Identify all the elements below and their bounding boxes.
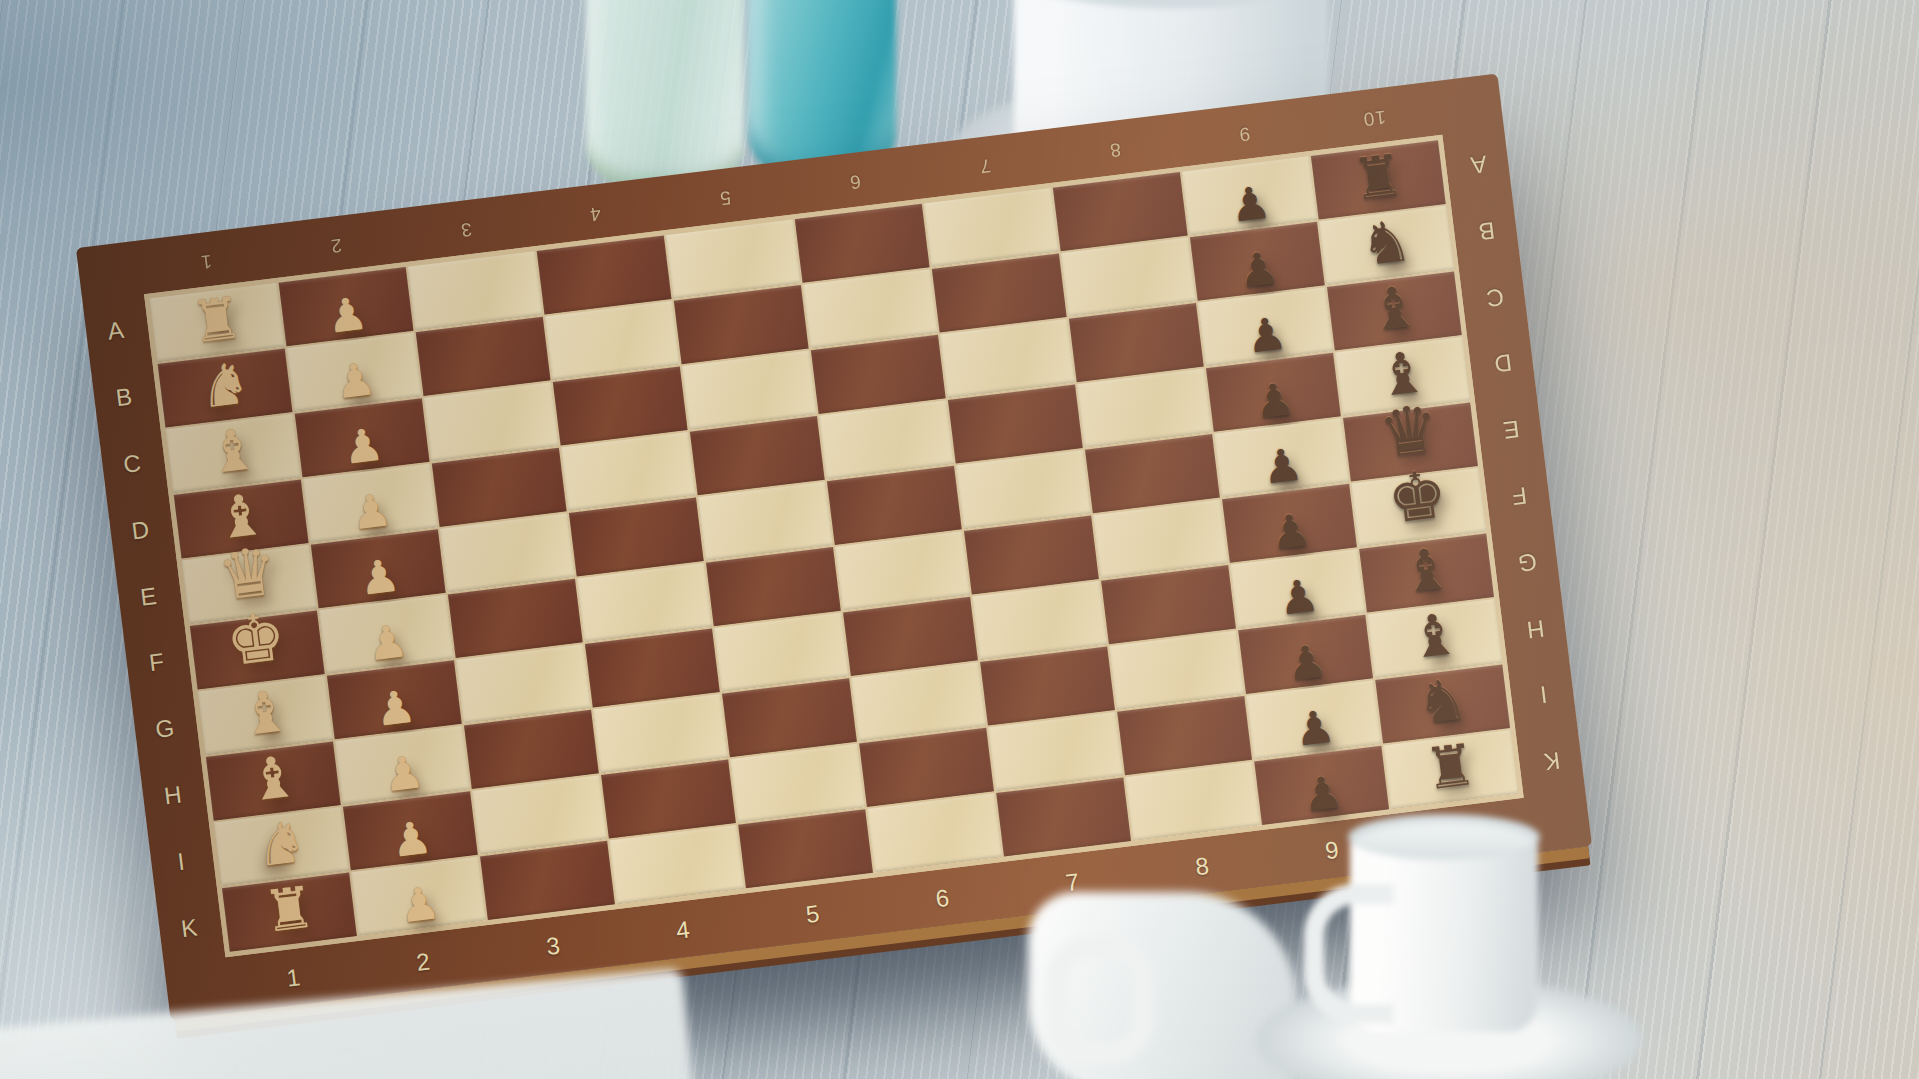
black-bishop: ♝ xyxy=(1359,534,1493,606)
coord-label: B xyxy=(98,362,152,434)
white-bishop: ♝ xyxy=(166,415,300,487)
coord-label: G xyxy=(138,693,192,765)
coord-label: E xyxy=(122,560,176,632)
coord-label: C xyxy=(1468,261,1522,333)
coord-label: C xyxy=(106,428,160,500)
coord-label: D xyxy=(114,494,168,566)
square-K9: ♟ xyxy=(1254,746,1389,825)
coord-label: I xyxy=(1516,658,1570,730)
square-K1: ♜ xyxy=(222,873,357,952)
square-K10: ♜ xyxy=(1383,730,1518,809)
coord-label: E xyxy=(1484,393,1538,465)
black-rook: ♜ xyxy=(1383,731,1517,803)
black-rook: ♜ xyxy=(1311,141,1445,213)
coord-label: K xyxy=(1524,725,1578,797)
black-bishop: ♝ xyxy=(1367,600,1501,672)
coord-label: 6 xyxy=(876,872,1010,926)
square-K5 xyxy=(738,809,873,888)
clear-glass-bottle xyxy=(586,0,744,192)
black-knight: ♞ xyxy=(1375,665,1509,737)
mug-rim xyxy=(1348,814,1540,860)
black-pawn: ♟ xyxy=(1256,764,1389,824)
square-K6 xyxy=(867,793,1002,872)
coord-label: H xyxy=(1508,592,1562,664)
coord-label: D xyxy=(1476,327,1530,399)
coord-label: 2 xyxy=(356,935,490,989)
white-knight: ♞ xyxy=(214,808,348,880)
square-K8 xyxy=(1125,762,1260,841)
white-bishop: ♝ xyxy=(174,480,308,552)
coord-label: B xyxy=(1459,194,1513,266)
white-bishop: ♝ xyxy=(198,677,332,749)
coord-label: G xyxy=(1500,526,1554,598)
mug-handle xyxy=(1304,884,1394,1024)
coord-label: H xyxy=(146,759,200,831)
black-bishop: ♝ xyxy=(1335,338,1469,410)
coord-label: K xyxy=(163,892,217,964)
white-pawn: ♟ xyxy=(353,875,486,935)
coord-label: F xyxy=(1492,460,1546,532)
pitcher-handle xyxy=(1046,936,1154,1064)
white-bishop: ♝ xyxy=(206,743,340,815)
coord-label: 5 xyxy=(746,887,880,941)
coord-label: 8 xyxy=(1135,840,1269,894)
cup-rim xyxy=(1014,0,1328,8)
white-knight: ♞ xyxy=(158,349,292,421)
coord-label: 4 xyxy=(616,903,750,957)
white-rook: ♜ xyxy=(150,284,284,356)
square-K7 xyxy=(996,777,1131,856)
photo-scene: 12345678910 ABCDEFGHIK ABCDEFGHIK 123456… xyxy=(0,0,1919,1079)
black-knight: ♞ xyxy=(1319,207,1453,279)
coord-label: A xyxy=(1451,128,1505,200)
coord-label: I xyxy=(155,826,209,898)
coord-label: A xyxy=(89,295,143,367)
black-bishop: ♝ xyxy=(1327,272,1461,344)
white-rook: ♜ xyxy=(222,874,356,946)
coord-label: 3 xyxy=(486,919,620,973)
square-K4 xyxy=(609,825,744,904)
white-creamer-pitcher xyxy=(1028,892,1296,1079)
square-K3 xyxy=(480,841,615,920)
coord-label: F xyxy=(130,627,184,699)
square-K2: ♟ xyxy=(351,857,486,936)
